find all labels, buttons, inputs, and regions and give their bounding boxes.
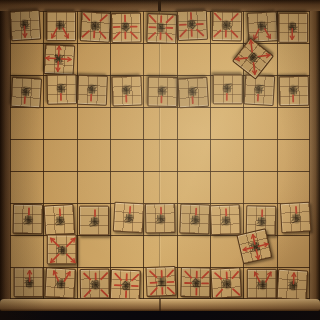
move-arrows-diagram [76,74,107,105]
piece-1i-sente-lance[interactable]: 香 [276,269,308,301]
piece-9g-sente-pawn[interactable]: 歩 [13,204,44,235]
move-arrows-diagram [211,205,242,236]
piece-1a-gote-lance[interactable]: 香 [278,13,308,43]
move-arrows-diagram [14,205,45,236]
move-arrows-diagram [47,235,77,265]
piece-7a-gote-silver[interactable]: 銀 [80,11,112,43]
piece-9c-gote-pawn[interactable]: 歩 [11,77,43,109]
piece-6c-gote-pawn[interactable]: 歩 [112,75,143,106]
move-arrows-diagram [110,12,141,43]
piece-8c-gote-pawn[interactable]: 歩 [46,74,77,105]
piece-3g-sente-pawn[interactable]: 歩 [210,204,241,235]
piece-8a-gote-knight[interactable]: 桂 [46,11,76,41]
move-arrows-diagram [10,76,42,108]
piece-1c-gote-pawn[interactable]: 歩 [279,76,310,107]
move-arrows-diagram [80,269,111,300]
piece-8h-sente-bishop[interactable]: 角 [46,234,76,264]
piece-6g-sente-pawn[interactable]: 歩 [113,202,145,234]
move-arrows-diagram [44,205,76,237]
grid-line [10,171,310,172]
move-arrows-diagram [45,10,75,40]
grid-line [10,107,310,108]
move-arrows-diagram [212,268,244,300]
move-arrows-diagram [146,75,177,106]
move-arrows-diagram [278,75,309,106]
grid-line [143,11,144,299]
piece-2i-sente-knight[interactable]: 桂 [246,269,276,299]
move-arrows-diagram [211,10,242,41]
move-arrows-diagram [277,270,309,302]
piece-4a-gote-gold[interactable]: 金 [177,10,208,41]
move-arrows-diagram [181,268,212,299]
piece-7c-gote-pawn[interactable]: 歩 [77,75,108,106]
board-right-rail [310,11,320,299]
table-shadow [0,311,320,320]
move-arrows-diagram [176,76,208,108]
move-arrows-diagram [277,12,307,42]
piece-5i-sente-king[interactable]: 王 [145,266,176,297]
piece-7g-sente-pawn[interactable]: 歩 [79,206,109,236]
piece-9a-gote-lance[interactable]: 香 [10,10,42,42]
move-arrows-diagram [114,203,146,235]
move-arrows-diagram [45,73,76,104]
piece-5g-sente-pawn[interactable]: 歩 [144,203,175,234]
board-left-rail [0,11,10,299]
piece-9i-sente-lance[interactable]: 香 [14,267,44,297]
board-hinge-line [158,0,161,11]
piece-5a-gote-king[interactable]: 玉 [146,13,177,44]
piece-8g-sente-pawn[interactable]: 歩 [43,204,75,236]
grid-line [309,11,310,299]
move-arrows-diagram [79,10,111,42]
piece-3i-sente-silver[interactable]: 銀 [211,267,243,299]
move-arrows-diagram [9,9,41,41]
move-arrows-diagram [111,74,142,105]
shogi-set-photo: 香桂銀金玉金銀桂香飛角歩歩歩歩歩歩歩歩歩歩歩歩歩歩歩歩歩歩角飛香桂銀金王金銀桂香 [0,0,320,320]
move-arrows-diagram [45,268,77,300]
piece-2h-sente-rook[interactable]: 飛 [236,228,272,264]
grid-line [210,11,211,299]
piece-4c-gote-pawn[interactable]: 歩 [177,77,209,109]
piece-1g-sente-pawn[interactable]: 歩 [280,202,312,234]
move-arrows-diagram [237,229,273,265]
move-arrows-diagram [180,204,211,235]
piece-6i-sente-gold[interactable]: 金 [110,269,141,300]
piece-8i-sente-knight[interactable]: 桂 [44,267,76,299]
piece-7i-sente-silver[interactable]: 銀 [79,269,110,300]
move-arrows-diagram [281,203,313,235]
move-arrows-diagram [145,12,176,43]
grid-line [10,139,310,140]
piece-4i-sente-gold[interactable]: 金 [180,267,211,298]
move-arrows-diagram [145,204,176,235]
move-arrows-diagram [176,9,207,40]
grid-line [277,11,278,299]
piece-4g-sente-pawn[interactable]: 歩 [179,203,210,234]
grid-line [110,11,111,299]
move-arrows-diagram [247,270,277,300]
front-rail-seam [159,299,161,311]
shogi-board[interactable]: 香桂銀金玉金銀桂香飛角歩歩歩歩歩歩歩歩歩歩歩歩歩歩歩歩歩歩角飛香桂銀金王金銀桂香 [10,11,310,299]
board-fold-seam [159,11,161,299]
grid-line [10,11,11,299]
move-arrows-diagram [212,73,242,103]
piece-3c-gote-pawn[interactable]: 歩 [213,74,243,104]
move-arrows-diagram [15,268,45,298]
move-arrows-diagram [42,43,74,75]
piece-3a-gote-silver[interactable]: 銀 [212,11,243,42]
grid-line [177,11,178,299]
move-arrows-diagram [80,207,110,237]
move-arrows-diagram [242,73,274,105]
piece-8b-gote-rook[interactable]: 飛 [43,44,75,76]
move-arrows-diagram [146,267,177,298]
piece-2c-gote-pawn[interactable]: 歩 [243,74,275,106]
move-arrows-diagram [111,270,142,301]
piece-5c-gote-pawn[interactable]: 歩 [147,77,178,108]
piece-6a-gote-gold[interactable]: 金 [111,13,142,44]
